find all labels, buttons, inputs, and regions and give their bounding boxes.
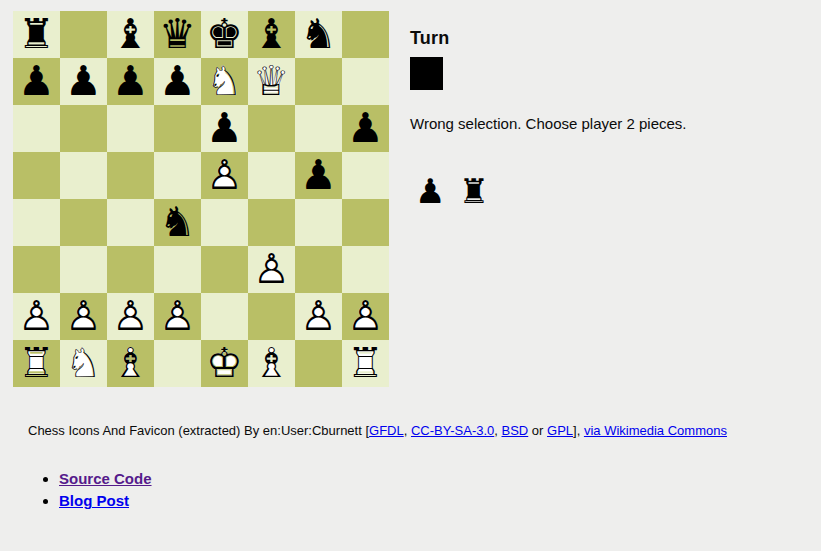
square-h6[interactable]: ♟ (342, 105, 389, 152)
attribution-text: or (528, 423, 547, 438)
white-pawn-icon: ♟♙ (347, 293, 384, 340)
black-bishop-icon: ♝ (112, 11, 149, 58)
attribution-link-bsd[interactable]: BSD (502, 423, 529, 438)
black-rook-icon: ♜ (18, 11, 55, 58)
square-c2[interactable]: ♟♙ (107, 293, 154, 340)
black-pawn-icon: ♟ (18, 58, 55, 105)
attribution-text: Chess Icons And Favicon (extracted) By e… (28, 423, 369, 438)
white-pawn-icon: ♟♙ (206, 152, 243, 199)
square-c6[interactable] (107, 105, 154, 152)
square-g3[interactable] (295, 246, 342, 293)
square-h1[interactable]: ♜♖ (342, 340, 389, 387)
square-f2[interactable] (248, 293, 295, 340)
square-c7[interactable]: ♟ (107, 58, 154, 105)
attribution-text: , (494, 423, 501, 438)
square-d5[interactable] (154, 152, 201, 199)
square-b6[interactable] (60, 105, 107, 152)
square-b3[interactable] (60, 246, 107, 293)
list-item: Blog Post (59, 492, 152, 509)
attribution-text: ], (573, 423, 584, 438)
white-pawn-icon: ♟♙ (65, 293, 102, 340)
white-knight-icon: ♞♘ (65, 340, 102, 387)
black-pawn-icon: ♟ (206, 105, 243, 152)
chess-board: ♜♝♛♚♝♞♟♟♟♟♞♘♛♕♟♟♟♙♟♞♟♙♟♙♟♙♟♙♟♙♟♙♟♙♜♖♞♘♝♗… (13, 11, 389, 387)
black-pawn-icon: ♟ (300, 152, 337, 199)
square-g7[interactable] (295, 58, 342, 105)
white-pawn-icon: ♟♙ (112, 293, 149, 340)
source-code-link[interactable]: Source Code (59, 470, 152, 487)
square-f1[interactable]: ♝♗ (248, 340, 295, 387)
square-b2[interactable]: ♟♙ (60, 293, 107, 340)
white-pawn-icon: ♟♙ (159, 293, 196, 340)
footer-links: Source CodeBlog Post (19, 470, 152, 514)
black-knight-icon: ♞ (300, 11, 337, 58)
black-pawn-icon: ♟ (347, 105, 384, 152)
square-g8[interactable]: ♞ (295, 11, 342, 58)
square-e8[interactable]: ♚ (201, 11, 248, 58)
black-pawn-icon: ♟ (112, 58, 149, 105)
square-f7[interactable]: ♛♕ (248, 58, 295, 105)
square-c3[interactable] (107, 246, 154, 293)
square-e4[interactable] (201, 199, 248, 246)
square-f4[interactable] (248, 199, 295, 246)
square-b4[interactable] (60, 199, 107, 246)
captured-pieces-tray: ♟♜ (415, 173, 800, 209)
white-queen-icon: ♛♕ (253, 58, 290, 105)
white-rook-icon: ♜♖ (18, 340, 55, 387)
list-item: Source Code (59, 470, 152, 487)
square-h3[interactable] (342, 246, 389, 293)
square-a6[interactable] (13, 105, 60, 152)
turn-heading: Turn (410, 28, 800, 49)
black-knight-icon: ♞ (159, 199, 196, 246)
square-d6[interactable] (154, 105, 201, 152)
square-g5[interactable]: ♟ (295, 152, 342, 199)
black-pawn-icon: ♟ (159, 58, 196, 105)
square-e5[interactable]: ♟♙ (201, 152, 248, 199)
square-e1[interactable]: ♚♔ (201, 340, 248, 387)
square-b8[interactable] (60, 11, 107, 58)
square-e3[interactable] (201, 246, 248, 293)
black-bishop-icon: ♝ (253, 11, 290, 58)
square-g2[interactable]: ♟♙ (295, 293, 342, 340)
square-b1[interactable]: ♞♘ (60, 340, 107, 387)
white-rook-icon: ♜♖ (347, 340, 384, 387)
turn-color-indicator (410, 57, 443, 90)
captured-black-pawn-icon: ♟ (415, 173, 445, 209)
white-bishop-icon: ♝♗ (253, 340, 290, 387)
white-king-icon: ♚♔ (206, 340, 243, 387)
square-h5[interactable] (342, 152, 389, 199)
square-c5[interactable] (107, 152, 154, 199)
square-a4[interactable] (13, 199, 60, 246)
square-a7[interactable]: ♟ (13, 58, 60, 105)
attribution: Chess Icons And Favicon (extracted) By e… (28, 423, 788, 438)
square-g6[interactable] (295, 105, 342, 152)
white-pawn-icon: ♟♙ (300, 293, 337, 340)
captured-black-rook-icon: ♜ (458, 173, 488, 209)
square-d1[interactable] (154, 340, 201, 387)
square-f3[interactable]: ♟♙ (248, 246, 295, 293)
square-g1[interactable] (295, 340, 342, 387)
square-h4[interactable] (342, 199, 389, 246)
white-knight-icon: ♞♘ (206, 58, 243, 105)
square-f5[interactable] (248, 152, 295, 199)
square-h8[interactable] (342, 11, 389, 58)
square-c8[interactable]: ♝ (107, 11, 154, 58)
status-message: Wrong selection. Choose player 2 pieces. (410, 115, 800, 132)
square-e2[interactable] (201, 293, 248, 340)
square-a2[interactable]: ♟♙ (13, 293, 60, 340)
square-a3[interactable] (13, 246, 60, 293)
square-b5[interactable] (60, 152, 107, 199)
black-pawn-icon: ♟ (65, 58, 102, 105)
square-f8[interactable]: ♝ (248, 11, 295, 58)
square-h7[interactable] (342, 58, 389, 105)
square-d2[interactable]: ♟♙ (154, 293, 201, 340)
square-e6[interactable]: ♟ (201, 105, 248, 152)
attribution-link-gfdl[interactable]: GFDL (369, 423, 404, 438)
square-e7[interactable]: ♞♘ (201, 58, 248, 105)
square-a5[interactable] (13, 152, 60, 199)
attribution-text: , (404, 423, 411, 438)
square-f6[interactable] (248, 105, 295, 152)
square-d7[interactable]: ♟ (154, 58, 201, 105)
square-b7[interactable]: ♟ (60, 58, 107, 105)
attribution-link-gpl[interactable]: GPL (547, 423, 573, 438)
black-king-icon: ♚ (206, 11, 243, 58)
game-panel: Turn Wrong selection. Choose player 2 pi… (410, 28, 800, 209)
square-c4[interactable] (107, 199, 154, 246)
blog-post-link[interactable]: Blog Post (59, 492, 129, 509)
attribution-link-cc-by-sa-3-0[interactable]: CC-BY-SA-3.0 (411, 423, 494, 438)
square-d4[interactable]: ♞ (154, 199, 201, 246)
square-h2[interactable]: ♟♙ (342, 293, 389, 340)
square-g4[interactable] (295, 199, 342, 246)
square-a8[interactable]: ♜ (13, 11, 60, 58)
square-d3[interactable] (154, 246, 201, 293)
white-pawn-icon: ♟♙ (253, 246, 290, 293)
square-c1[interactable]: ♝♗ (107, 340, 154, 387)
attribution-link-via-wikimedia-commons[interactable]: via Wikimedia Commons (584, 423, 727, 438)
square-a1[interactable]: ♜♖ (13, 340, 60, 387)
white-pawn-icon: ♟♙ (18, 293, 55, 340)
black-queen-icon: ♛ (159, 11, 196, 58)
square-d8[interactable]: ♛ (154, 11, 201, 58)
white-bishop-icon: ♝♗ (112, 340, 149, 387)
